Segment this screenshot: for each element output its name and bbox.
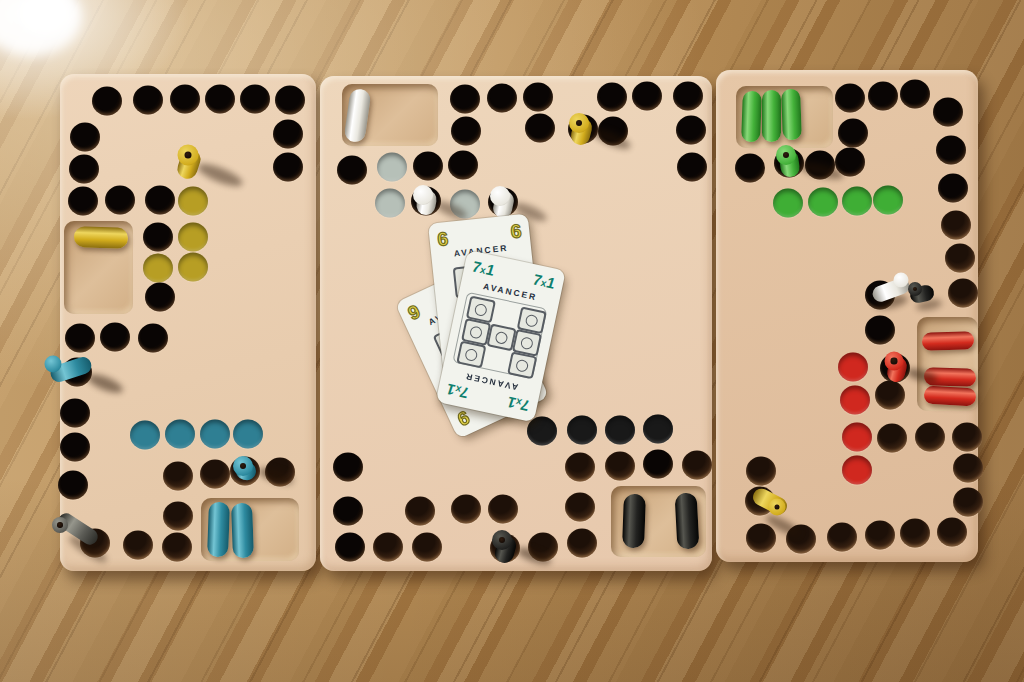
track-hole[interactable] <box>163 502 193 531</box>
track-hole[interactable] <box>937 518 967 547</box>
card-value: 6 <box>437 229 450 249</box>
peg-top-hole <box>57 522 62 527</box>
finish-hole-red[interactable] <box>838 353 868 382</box>
track-hole[interactable] <box>200 460 230 489</box>
track-hole[interactable] <box>65 324 95 353</box>
table-surface: 9999AVANCERAVANCER6666AVANCERAVANCER7x17… <box>0 0 1024 682</box>
tray-peg-black[interactable] <box>622 494 646 549</box>
peg-white-top[interactable] <box>894 273 909 288</box>
tray-peg-teal[interactable] <box>207 502 230 558</box>
track-hole[interactable] <box>523 83 553 112</box>
finish-hole-green[interactable] <box>808 188 838 217</box>
peg-top-hole <box>499 537 506 544</box>
peg-top-hole <box>774 504 780 510</box>
tray-peg-red[interactable] <box>922 331 975 351</box>
peg-gray-top[interactable] <box>52 517 68 533</box>
card-diagram-ring <box>494 330 508 344</box>
card-value: 7x1 <box>505 395 531 414</box>
track-hole[interactable] <box>69 155 99 184</box>
card-diagram-block <box>507 351 537 379</box>
track-hole[interactable] <box>333 453 363 482</box>
track-hole[interactable] <box>240 85 270 114</box>
track-hole[interactable] <box>676 116 706 145</box>
track-hole[interactable] <box>877 424 907 453</box>
track-hole[interactable] <box>835 84 865 113</box>
track-hole[interactable] <box>273 120 303 149</box>
track-hole[interactable] <box>952 423 982 452</box>
peg-black-top[interactable] <box>492 530 512 550</box>
track-hole[interactable] <box>487 84 517 113</box>
track-hole[interactable] <box>605 452 635 481</box>
card-diagram-ring <box>464 347 478 361</box>
peg-white-top[interactable] <box>490 186 510 206</box>
track-hole[interactable] <box>865 316 895 345</box>
track-hole[interactable] <box>205 85 235 114</box>
peg-white-top[interactable] <box>413 185 433 205</box>
card-diagram-block <box>456 341 486 369</box>
card-value: 6 <box>510 221 523 241</box>
track-hole[interactable] <box>673 82 703 111</box>
track-hole[interactable] <box>900 519 930 548</box>
finish-hole-black[interactable] <box>567 416 597 445</box>
track-hole[interactable] <box>373 533 403 562</box>
peg-top-hole <box>891 358 897 364</box>
track-hole[interactable] <box>868 82 898 111</box>
track-hole[interactable] <box>451 495 481 524</box>
track-hole[interactable] <box>105 186 135 215</box>
peg-yellow-top[interactable] <box>769 499 786 516</box>
finish-hole-black[interactable] <box>605 416 635 445</box>
finish-hole-white[interactable] <box>375 189 405 218</box>
track-hole[interactable] <box>337 156 367 185</box>
track-hole[interactable] <box>488 495 518 524</box>
track-hole[interactable] <box>875 381 905 410</box>
track-hole[interactable] <box>70 123 100 152</box>
track-hole[interactable] <box>60 399 90 428</box>
track-hole[interactable] <box>746 524 776 553</box>
peg-teal-top[interactable] <box>233 456 253 476</box>
finish-hole-white[interactable] <box>377 153 407 182</box>
finish-hole-yellow[interactable] <box>178 253 208 282</box>
track-hole[interactable] <box>273 153 303 182</box>
card-value: 9 <box>455 408 473 430</box>
track-hole[interactable] <box>58 471 88 500</box>
track-hole[interactable] <box>162 533 192 562</box>
card-diagram <box>456 296 544 378</box>
tray-peg-green[interactable] <box>762 90 781 142</box>
track-hole[interactable] <box>448 151 478 180</box>
finish-hole-yellow[interactable] <box>178 187 208 216</box>
track-hole[interactable] <box>865 521 895 550</box>
track-hole[interactable] <box>450 85 480 114</box>
track-hole[interactable] <box>412 533 442 562</box>
track-hole[interactable] <box>565 453 595 482</box>
track-hole[interactable] <box>133 86 163 115</box>
track-hole[interactable] <box>643 450 673 479</box>
track-hole[interactable] <box>100 323 130 352</box>
track-hole[interactable] <box>68 187 98 216</box>
finish-hole-red[interactable] <box>842 423 872 452</box>
tray-peg-yellow[interactable] <box>74 226 129 249</box>
finish-hole-teal[interactable] <box>233 420 263 449</box>
peg-red-top[interactable] <box>885 352 904 371</box>
track-hole[interactable] <box>413 152 443 181</box>
track-hole[interactable] <box>632 82 662 111</box>
track-hole[interactable] <box>938 174 968 203</box>
peg-green-top[interactable] <box>776 145 796 165</box>
track-hole[interactable] <box>451 117 481 146</box>
track-hole[interactable] <box>335 533 365 562</box>
tray-peg-green[interactable] <box>741 91 762 143</box>
card-diagram-ring <box>525 313 539 327</box>
track-hole[interactable] <box>933 98 963 127</box>
track-hole[interactable] <box>677 153 707 182</box>
peg-yellow-top[interactable] <box>178 145 199 166</box>
finish-hole-black[interactable] <box>527 417 557 446</box>
track-hole[interactable] <box>60 433 90 462</box>
tray-peg-black[interactable] <box>675 492 700 549</box>
track-hole[interactable] <box>92 87 122 116</box>
card-diagram-ring <box>474 302 488 316</box>
finish-hole-teal[interactable] <box>130 421 160 450</box>
finish-hole-green[interactable] <box>773 189 803 218</box>
finish-hole-black[interactable] <box>643 415 673 444</box>
card-diagram-ring <box>520 336 534 350</box>
track-hole[interactable] <box>597 83 627 112</box>
track-hole[interactable] <box>525 114 555 143</box>
track-hole[interactable] <box>123 531 153 560</box>
track-hole[interactable] <box>138 324 168 353</box>
track-hole[interactable] <box>567 529 597 558</box>
track-hole[interactable] <box>953 488 983 517</box>
track-hole[interactable] <box>945 244 975 273</box>
peg-yellow-top[interactable] <box>569 113 589 133</box>
track-hole[interactable] <box>948 279 978 308</box>
track-hole[interactable] <box>145 283 175 312</box>
finish-hole-green[interactable] <box>842 187 872 216</box>
peg-top-hole <box>240 463 247 470</box>
track-hole[interactable] <box>163 462 193 491</box>
card-diagram-ring <box>469 325 483 339</box>
peg-teal-top[interactable] <box>45 356 62 373</box>
track-hole[interactable] <box>405 497 435 526</box>
track-hole[interactable] <box>953 454 983 483</box>
finish-hole-yellow[interactable] <box>178 223 208 252</box>
track-hole[interactable] <box>170 85 200 114</box>
card-value: 7x1 <box>531 272 557 291</box>
peg-top-hole <box>913 287 918 292</box>
finish-hole-red[interactable] <box>842 456 872 485</box>
track-hole[interactable] <box>827 523 857 552</box>
tray-peg-teal[interactable] <box>231 503 254 559</box>
track-hole[interactable] <box>838 119 868 148</box>
peg-black-top[interactable] <box>908 282 922 296</box>
track-hole[interactable] <box>941 211 971 240</box>
track-hole[interactable] <box>145 186 175 215</box>
track-hole[interactable] <box>936 136 966 165</box>
finish-hole-red[interactable] <box>840 386 870 415</box>
track-hole[interactable] <box>915 423 945 452</box>
finish-hole-teal[interactable] <box>165 420 195 449</box>
peg-top-hole <box>184 151 191 158</box>
track-hole[interactable] <box>900 80 930 109</box>
finish-hole-teal[interactable] <box>200 420 230 449</box>
card-diagram-ring <box>515 358 529 372</box>
card-value: 7x1 <box>444 382 470 401</box>
tray-peg-green[interactable] <box>781 89 802 141</box>
finish-hole-green[interactable] <box>873 186 903 215</box>
track-hole[interactable] <box>682 451 712 480</box>
track-hole[interactable] <box>333 497 363 526</box>
peg-top-hole <box>783 152 790 159</box>
track-hole[interactable] <box>143 223 173 252</box>
peg-top-hole <box>576 120 583 127</box>
track-hole[interactable] <box>565 493 595 522</box>
track-hole[interactable] <box>275 86 305 115</box>
track-hole[interactable] <box>746 457 776 486</box>
tray-peg-red[interactable] <box>924 386 977 407</box>
finish-hole-yellow[interactable] <box>143 254 173 283</box>
card-value: 7x1 <box>470 259 496 278</box>
track-hole[interactable] <box>735 154 765 183</box>
